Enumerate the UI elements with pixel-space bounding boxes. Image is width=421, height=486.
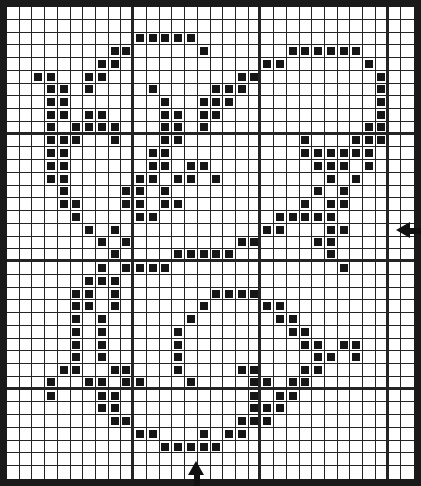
cell-r11c21 xyxy=(261,135,274,148)
cell-r1c27 xyxy=(338,7,351,20)
cell-r12c24-stitch xyxy=(300,147,313,160)
cell-r25c2 xyxy=(20,313,33,326)
cell-r16c6-stitch xyxy=(71,198,84,211)
cell-r10c26 xyxy=(325,122,338,135)
cell-r32c24 xyxy=(300,402,313,415)
cell-r26c21 xyxy=(261,326,274,339)
cell-r31c3 xyxy=(32,390,45,403)
cell-r21c16 xyxy=(198,262,211,275)
cell-r35c26 xyxy=(325,441,338,454)
cell-r32c17 xyxy=(211,402,224,415)
cell-r2c26 xyxy=(325,20,338,33)
cell-r22c22 xyxy=(274,275,287,288)
cell-r31c27 xyxy=(338,390,351,403)
cell-r22c8-stitch xyxy=(96,275,109,288)
cell-r11c8 xyxy=(96,135,109,148)
cell-r30c10-stitch xyxy=(121,377,134,390)
cell-r1c25 xyxy=(312,7,325,20)
cell-r35c24 xyxy=(300,441,313,454)
cell-r19c18 xyxy=(223,237,236,250)
cell-r21c18 xyxy=(223,262,236,275)
cell-r26c15 xyxy=(185,326,198,339)
cell-r22c26 xyxy=(325,275,338,288)
cell-r23c2 xyxy=(20,288,33,301)
cell-r20c9-stitch xyxy=(109,249,122,262)
cell-r19c8-stitch xyxy=(96,237,109,250)
cell-r6c26 xyxy=(325,71,338,84)
cell-r15c31 xyxy=(389,186,402,199)
cell-r28c7 xyxy=(83,351,96,364)
cell-r7c10 xyxy=(121,84,134,97)
cell-r36c30 xyxy=(376,453,389,466)
cell-r13c30 xyxy=(376,160,389,173)
cell-r9c16-stitch xyxy=(198,109,211,122)
cell-r8c23 xyxy=(287,96,300,109)
cell-r11c2 xyxy=(20,135,33,148)
cell-r15c7 xyxy=(83,186,96,199)
cell-r7c26 xyxy=(325,84,338,97)
cell-r17c1 xyxy=(7,211,20,224)
cell-r6c15 xyxy=(185,71,198,84)
cell-r28c24 xyxy=(300,351,313,364)
cell-r12c6 xyxy=(71,147,84,160)
cell-r26c3 xyxy=(32,326,45,339)
cell-r12c31 xyxy=(389,147,402,160)
cell-r26c26 xyxy=(325,326,338,339)
cell-r2c5 xyxy=(58,20,71,33)
cell-r9c18 xyxy=(223,109,236,122)
cell-r10c15 xyxy=(185,122,198,135)
cell-r27c3 xyxy=(32,339,45,352)
cell-r4c28-stitch xyxy=(350,45,363,58)
cell-r5c23 xyxy=(287,58,300,71)
cell-r28c23 xyxy=(287,351,300,364)
cell-r17c29 xyxy=(363,211,376,224)
cell-r14c29 xyxy=(363,173,376,186)
cell-r33c6 xyxy=(71,415,84,428)
cell-r9c5-stitch xyxy=(58,109,71,122)
cell-r26c18 xyxy=(223,326,236,339)
cell-r32c5 xyxy=(58,402,71,415)
cell-r19c21 xyxy=(261,237,274,250)
cell-r13c29-stitch xyxy=(363,160,376,173)
cell-r3c3 xyxy=(32,33,45,46)
cell-r23c3 xyxy=(32,288,45,301)
cell-r30c2 xyxy=(20,377,33,390)
cell-r4c30 xyxy=(376,45,389,58)
cell-r16c24-stitch xyxy=(300,198,313,211)
cell-r18c12 xyxy=(147,224,160,237)
cell-r27c29 xyxy=(363,339,376,352)
cell-r3c19 xyxy=(236,33,249,46)
cell-r6c7-stitch xyxy=(83,71,96,84)
cell-r9c24 xyxy=(300,109,313,122)
cell-r32c6 xyxy=(71,402,84,415)
cell-r1c24 xyxy=(300,7,313,20)
cell-r31c29 xyxy=(363,390,376,403)
cell-r30c9 xyxy=(109,377,122,390)
cell-r10c23 xyxy=(287,122,300,135)
cell-r13c6 xyxy=(71,160,84,173)
cell-r3c8 xyxy=(96,33,109,46)
cell-r34c31 xyxy=(389,428,402,441)
cell-r34c13 xyxy=(160,428,173,441)
cell-r4c22 xyxy=(274,45,287,58)
cell-r32c2 xyxy=(20,402,33,415)
cell-r33c20-stitch xyxy=(249,415,262,428)
cell-r12c20 xyxy=(249,147,262,160)
cell-r30c17 xyxy=(211,377,224,390)
cell-r37c11 xyxy=(134,466,147,479)
cell-r29c14-stitch xyxy=(172,364,185,377)
cell-r12c2 xyxy=(20,147,33,160)
cell-r4c10-stitch xyxy=(121,45,134,58)
cell-r27c27-stitch xyxy=(338,339,351,352)
cell-r25c22-stitch xyxy=(274,313,287,326)
cell-r13c12-stitch xyxy=(147,160,160,173)
cell-r36c29 xyxy=(363,453,376,466)
cell-r5c13 xyxy=(160,58,173,71)
cell-r27c6-stitch xyxy=(71,339,84,352)
cell-r15c11-stitch xyxy=(134,186,147,199)
cell-r3c13-stitch xyxy=(160,33,173,46)
cell-r35c9 xyxy=(109,441,122,454)
cell-r36c25 xyxy=(312,453,325,466)
cell-r2c18 xyxy=(223,20,236,33)
cell-r25c11 xyxy=(134,313,147,326)
cell-r5c25 xyxy=(312,58,325,71)
cell-r35c19 xyxy=(236,441,249,454)
cell-r35c18 xyxy=(223,441,236,454)
cell-r28c31 xyxy=(389,351,402,364)
cell-r34c29 xyxy=(363,428,376,441)
cell-r11c28-stitch xyxy=(350,135,363,148)
cell-r13c1 xyxy=(7,160,20,173)
cell-r27c13 xyxy=(160,339,173,352)
cell-r23c29 xyxy=(363,288,376,301)
cell-r17c22-stitch xyxy=(274,211,287,224)
cell-r20c2 xyxy=(20,249,33,262)
cell-r36c23 xyxy=(287,453,300,466)
cell-r36c13 xyxy=(160,453,173,466)
cell-r18c22-stitch xyxy=(274,224,287,237)
cell-r23c6-stitch xyxy=(71,288,84,301)
cell-r2c30 xyxy=(376,20,389,33)
cell-r26c29 xyxy=(363,326,376,339)
cell-r1c12 xyxy=(147,7,160,20)
cell-r6c18 xyxy=(223,71,236,84)
cell-r20c23 xyxy=(287,249,300,262)
cell-r33c13 xyxy=(160,415,173,428)
cell-r31c2 xyxy=(20,390,33,403)
cell-r22c30 xyxy=(376,275,389,288)
cell-r5c7 xyxy=(83,58,96,71)
cell-r29c8 xyxy=(96,364,109,377)
cell-r10c21 xyxy=(261,122,274,135)
cell-r10c5 xyxy=(58,122,71,135)
cell-r36c24 xyxy=(300,453,313,466)
cell-r1c31 xyxy=(389,7,402,20)
cell-r37c30 xyxy=(376,466,389,479)
cell-r5c31 xyxy=(389,58,402,71)
cell-r18c28 xyxy=(350,224,363,237)
cell-r26c17 xyxy=(211,326,224,339)
cell-r24c14 xyxy=(172,300,185,313)
cell-r6c31 xyxy=(389,71,402,84)
cell-r11c15 xyxy=(185,135,198,148)
cell-r8c28 xyxy=(350,96,363,109)
cell-r16c8 xyxy=(96,198,109,211)
cell-r37c18 xyxy=(223,466,236,479)
cell-r17c30 xyxy=(376,211,389,224)
cell-r35c23 xyxy=(287,441,300,454)
cell-r31c9-stitch xyxy=(109,390,122,403)
cell-r3c16 xyxy=(198,33,211,46)
cell-r30c6 xyxy=(71,377,84,390)
cell-r21c30 xyxy=(376,262,389,275)
cell-r31c15 xyxy=(185,390,198,403)
cell-r3c24 xyxy=(300,33,313,46)
cell-r17c8 xyxy=(96,211,109,224)
cell-r23c15 xyxy=(185,288,198,301)
cell-r19c12 xyxy=(147,237,160,250)
cell-r27c22 xyxy=(274,339,287,352)
cell-r34c18-stitch xyxy=(223,428,236,441)
cell-r17c9 xyxy=(109,211,122,224)
cell-r26c11 xyxy=(134,326,147,339)
cell-r18c25 xyxy=(312,224,325,237)
cell-r33c14 xyxy=(172,415,185,428)
cell-r2c11 xyxy=(134,20,147,33)
cell-r2c17 xyxy=(211,20,224,33)
cell-r7c17-stitch xyxy=(211,84,224,97)
cell-r28c3 xyxy=(32,351,45,364)
cell-r22c7-stitch xyxy=(83,275,96,288)
cell-r6c6 xyxy=(71,71,84,84)
cell-r1c23 xyxy=(287,7,300,20)
cell-r18c10 xyxy=(121,224,134,237)
cell-r4c25-stitch xyxy=(312,45,325,58)
cell-r36c11 xyxy=(134,453,147,466)
cell-r1c20 xyxy=(249,7,262,20)
cell-r23c26 xyxy=(325,288,338,301)
cell-r11c9-stitch xyxy=(109,135,122,148)
cell-r24c10 xyxy=(121,300,134,313)
cell-r14c3 xyxy=(32,173,45,186)
cell-r21c7 xyxy=(83,262,96,275)
cell-r14c4-stitch xyxy=(45,173,58,186)
cell-r14c25 xyxy=(312,173,325,186)
cell-r34c24 xyxy=(300,428,313,441)
cell-r27c30 xyxy=(376,339,389,352)
cell-r27c18 xyxy=(223,339,236,352)
cell-r15c26 xyxy=(325,186,338,199)
cell-r27c25-stitch xyxy=(312,339,325,352)
cell-r36c1 xyxy=(7,453,20,466)
cell-r20c27 xyxy=(338,249,351,262)
cell-r22c13 xyxy=(160,275,173,288)
cell-r3c2 xyxy=(20,33,33,46)
cell-r24c29 xyxy=(363,300,376,313)
cell-r27c19 xyxy=(236,339,249,352)
cell-r36c31 xyxy=(389,453,402,466)
cell-r25c30 xyxy=(376,313,389,326)
cell-r12c17 xyxy=(211,147,224,160)
cell-r27c5 xyxy=(58,339,71,352)
cell-r25c1 xyxy=(7,313,20,326)
cell-r14c14-stitch xyxy=(172,173,185,186)
cell-r10c20 xyxy=(249,122,262,135)
cell-r10c22 xyxy=(274,122,287,135)
cell-r18c8 xyxy=(96,224,109,237)
cell-r1c26 xyxy=(325,7,338,20)
cell-r6c17 xyxy=(211,71,224,84)
cell-r13c4-stitch xyxy=(45,160,58,173)
cell-r33c9-stitch xyxy=(109,415,122,428)
cell-r7c24 xyxy=(300,84,313,97)
cell-r37c29 xyxy=(363,466,376,479)
cell-r14c13 xyxy=(160,173,173,186)
cell-r2c12 xyxy=(147,20,160,33)
cell-r15c15 xyxy=(185,186,198,199)
cell-r29c32 xyxy=(401,364,414,377)
cell-r25c32 xyxy=(401,313,414,326)
cell-r3c4 xyxy=(45,33,58,46)
cell-r34c6 xyxy=(71,428,84,441)
cell-r23c20-stitch xyxy=(249,288,262,301)
cell-r10c31 xyxy=(389,122,402,135)
cell-r16c4 xyxy=(45,198,58,211)
cell-r13c18 xyxy=(223,160,236,173)
cell-r32c18 xyxy=(223,402,236,415)
cell-r1c19 xyxy=(236,7,249,20)
cell-r31c19 xyxy=(236,390,249,403)
cell-r30c24-stitch xyxy=(300,377,313,390)
cell-r3c7 xyxy=(83,33,96,46)
cell-r12c30 xyxy=(376,147,389,160)
cell-r28c27 xyxy=(338,351,351,364)
cell-r14c6 xyxy=(71,173,84,186)
cell-r1c13 xyxy=(160,7,173,20)
cell-r15c30 xyxy=(376,186,389,199)
cell-r21c9 xyxy=(109,262,122,275)
cell-r8c22 xyxy=(274,96,287,109)
cell-r8c1 xyxy=(7,96,20,109)
cell-r15c2 xyxy=(20,186,33,199)
cell-r2c9 xyxy=(109,20,122,33)
cell-r7c25 xyxy=(312,84,325,97)
cell-r32c12 xyxy=(147,402,160,415)
cell-r19c16 xyxy=(198,237,211,250)
cell-r29c15 xyxy=(185,364,198,377)
cell-r2c15 xyxy=(185,20,198,33)
cell-r11c29-stitch xyxy=(363,135,376,148)
cell-r17c4 xyxy=(45,211,58,224)
cell-r24c21-stitch xyxy=(261,300,274,313)
cell-r24c1 xyxy=(7,300,20,313)
cell-r17c24-stitch xyxy=(300,211,313,224)
cell-r7c32 xyxy=(401,84,414,97)
cell-r1c32 xyxy=(401,7,414,20)
cell-r34c21 xyxy=(261,428,274,441)
cell-r32c9-stitch xyxy=(109,402,122,415)
cell-r23c16 xyxy=(198,288,211,301)
cell-r15c27-stitch xyxy=(338,186,351,199)
cell-r18c14 xyxy=(172,224,185,237)
cell-r30c19 xyxy=(236,377,249,390)
cell-r16c3 xyxy=(32,198,45,211)
cell-r27c15 xyxy=(185,339,198,352)
cell-r24c17 xyxy=(211,300,224,313)
cell-r3c5 xyxy=(58,33,71,46)
cell-r28c17 xyxy=(211,351,224,364)
cell-r20c19 xyxy=(236,249,249,262)
cell-r27c28-stitch xyxy=(350,339,363,352)
cell-r30c18 xyxy=(223,377,236,390)
cell-r5c18 xyxy=(223,58,236,71)
cell-r8c26 xyxy=(325,96,338,109)
cell-r13c19 xyxy=(236,160,249,173)
cell-r36c3 xyxy=(32,453,45,466)
cell-r21c10-stitch xyxy=(121,262,134,275)
cell-r30c11-stitch xyxy=(134,377,147,390)
cell-r8c11 xyxy=(134,96,147,109)
cell-r37c32 xyxy=(401,466,414,479)
cell-r12c14 xyxy=(172,147,185,160)
cell-r18c16 xyxy=(198,224,211,237)
cell-r3c30 xyxy=(376,33,389,46)
cell-r7c9 xyxy=(109,84,122,97)
cell-r2c28 xyxy=(350,20,363,33)
cell-r25c15-stitch xyxy=(185,313,198,326)
cell-r27c10 xyxy=(121,339,134,352)
cell-r35c30 xyxy=(376,441,389,454)
cell-r32c8-stitch xyxy=(96,402,109,415)
cell-r24c22-stitch xyxy=(274,300,287,313)
cell-r34c11-stitch xyxy=(134,428,147,441)
cell-r6c24 xyxy=(300,71,313,84)
cell-r17c6-stitch xyxy=(71,211,84,224)
cell-r9c9 xyxy=(109,109,122,122)
cell-r14c11-stitch xyxy=(134,173,147,186)
cell-r6c16 xyxy=(198,71,211,84)
cell-r25c23-stitch xyxy=(287,313,300,326)
cell-r27c16 xyxy=(198,339,211,352)
cell-r3c29 xyxy=(363,33,376,46)
cell-r25c5 xyxy=(58,313,71,326)
cell-r6c21 xyxy=(261,71,274,84)
cell-r32c29 xyxy=(363,402,376,415)
cell-r6c25 xyxy=(312,71,325,84)
cell-r20c11 xyxy=(134,249,147,262)
cell-r24c25 xyxy=(312,300,325,313)
cell-r12c21 xyxy=(261,147,274,160)
cell-r30c31 xyxy=(389,377,402,390)
cell-r26c6-stitch xyxy=(71,326,84,339)
cell-r16c10-stitch xyxy=(121,198,134,211)
cell-r16c5-stitch xyxy=(58,198,71,211)
cell-r13c31 xyxy=(389,160,402,173)
cell-r34c15 xyxy=(185,428,198,441)
cell-r4c16-stitch xyxy=(198,45,211,58)
cell-r3c17 xyxy=(211,33,224,46)
cell-r6c23 xyxy=(287,71,300,84)
cell-r33c29 xyxy=(363,415,376,428)
cell-r23c11 xyxy=(134,288,147,301)
cell-r8c30-stitch xyxy=(376,96,389,109)
cell-r25c26 xyxy=(325,313,338,326)
cell-r29c2 xyxy=(20,364,33,377)
